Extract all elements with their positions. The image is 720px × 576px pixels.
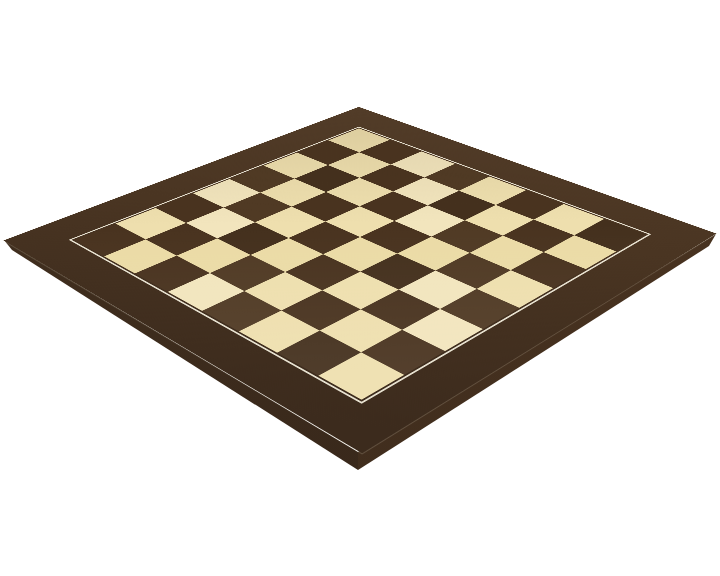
board-tilt-wrapper [0, 0, 720, 576]
playing-field [74, 128, 645, 399]
chess-board [4, 107, 717, 453]
product-photo-stage [0, 0, 720, 576]
